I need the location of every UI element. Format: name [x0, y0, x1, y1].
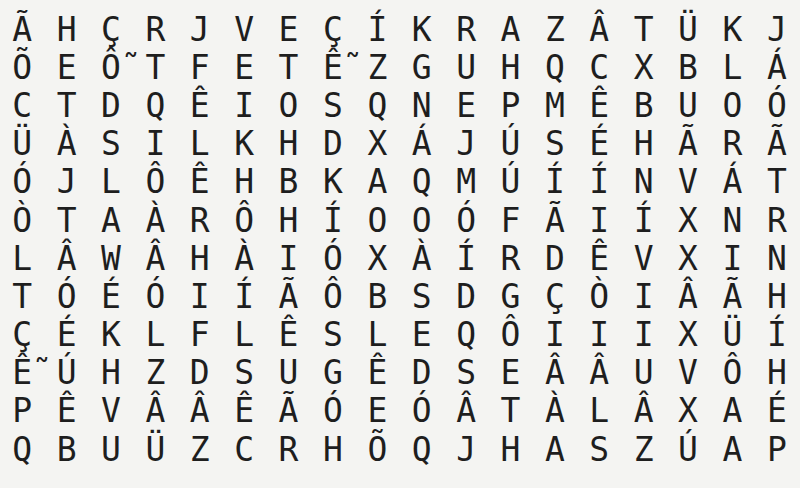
letter-cell[interactable]: Ó — [311, 239, 355, 277]
letter-cell[interactable]: J — [44, 163, 88, 201]
letter-cell[interactable]: H — [44, 10, 88, 48]
letter-cell[interactable]: S — [311, 86, 355, 124]
letter-cell[interactable]: Â — [178, 392, 222, 430]
letter-cell[interactable]: Â — [133, 392, 177, 430]
letter-cell[interactable]: I — [533, 316, 577, 354]
letter-cell[interactable]: A — [533, 430, 577, 468]
letter-cell[interactable]: Ã — [755, 125, 799, 163]
letter-cell[interactable]: Á — [400, 125, 444, 163]
letter-cell[interactable]: S — [444, 354, 488, 392]
letter-cell[interactable]: U — [89, 430, 133, 468]
letter-cell[interactable]: Í — [355, 10, 399, 48]
letter-cell[interactable]: Ò — [0, 201, 44, 239]
letter-cell[interactable]: H — [178, 239, 222, 277]
letter-cell[interactable]: R — [444, 10, 488, 48]
letter-cell[interactable]: À — [400, 239, 444, 277]
letter-cell[interactable]: Ê — [355, 354, 399, 392]
letter-cell[interactable]: Ó — [44, 277, 88, 315]
letter-cell[interactable]: Q — [400, 430, 444, 468]
letter-cell[interactable]: U — [266, 354, 310, 392]
letter-cell[interactable]: Ã — [710, 277, 754, 315]
letter-cell[interactable]: D — [400, 354, 444, 392]
letter-cell[interactable]: M — [533, 86, 577, 124]
letter-cell[interactable]: Ã — [0, 10, 44, 48]
letter-cell[interactable]: E — [355, 392, 399, 430]
letter-cell[interactable]: X — [355, 125, 399, 163]
letter-cell[interactable]: K — [311, 163, 355, 201]
letter-cell[interactable]: R — [266, 430, 310, 468]
letter-cell[interactable]: B — [355, 277, 399, 315]
letter-cell[interactable]: Z — [178, 430, 222, 468]
letter-cell[interactable]: L — [577, 392, 621, 430]
letter-cell[interactable]: M — [444, 163, 488, 201]
letter-cell[interactable]: Ê — [44, 392, 88, 430]
letter-cell[interactable]: Í — [222, 277, 266, 315]
letter-cell[interactable]: I — [222, 86, 266, 124]
letter-cell[interactable]: U — [444, 48, 488, 86]
letter-cell[interactable]: E — [444, 86, 488, 124]
letter-cell[interactable]: B — [266, 163, 310, 201]
letter-cell[interactable]: Ó — [400, 392, 444, 430]
letter-cell[interactable]: H — [755, 354, 799, 392]
letter-cell[interactable]: C — [0, 86, 44, 124]
letter-cell[interactable]: Ô — [710, 354, 754, 392]
letter-cell[interactable]: Â — [133, 239, 177, 277]
letter-cell[interactable]: K — [222, 125, 266, 163]
letter-cell[interactable]: N — [710, 201, 754, 239]
letter-cell[interactable]: I — [577, 316, 621, 354]
letter-cell[interactable]: P — [755, 430, 799, 468]
letter-cell[interactable]: Ó — [311, 392, 355, 430]
letter-cell[interactable]: T — [0, 277, 44, 315]
letter-cell[interactable]: K — [400, 10, 444, 48]
letter-cell[interactable]: Ô — [488, 316, 532, 354]
letter-cell[interactable]: T — [621, 10, 665, 48]
letter-cell[interactable]: Í — [533, 163, 577, 201]
letter-cell[interactable]: R — [710, 125, 754, 163]
letter-cell[interactable]: H — [266, 201, 310, 239]
letter-cell[interactable]: G — [400, 48, 444, 86]
letter-cell[interactable]: H — [755, 277, 799, 315]
letter-cell[interactable]: D — [178, 354, 222, 392]
letter-cell[interactable]: J — [178, 10, 222, 48]
letter-cell[interactable]: Ú — [488, 125, 532, 163]
letter-cell[interactable]: A — [355, 163, 399, 201]
letter-cell[interactable]: Ô — [133, 163, 177, 201]
letter-cell[interactable]: Ễ — [311, 48, 355, 86]
letter-cell[interactable]: Ê — [178, 163, 222, 201]
letter-cell[interactable]: Í — [755, 316, 799, 354]
letter-cell[interactable]: I — [710, 239, 754, 277]
letter-cell[interactable]: N — [621, 163, 665, 201]
letter-cell[interactable]: É — [44, 316, 88, 354]
letter-cell[interactable]: É — [577, 125, 621, 163]
letter-cell[interactable]: T — [133, 48, 177, 86]
letter-cell[interactable]: B — [621, 86, 665, 124]
letter-cell[interactable]: J — [755, 10, 799, 48]
letter-cell[interactable]: I — [178, 277, 222, 315]
letter-cell[interactable]: Ü — [710, 316, 754, 354]
letter-cell[interactable]: I — [266, 239, 310, 277]
letter-cell[interactable]: P — [488, 86, 532, 124]
letter-cell[interactable]: S — [222, 354, 266, 392]
letter-cell[interactable]: Í — [311, 201, 355, 239]
letter-cell[interactable]: Ú — [44, 354, 88, 392]
letter-cell[interactable]: A — [488, 10, 532, 48]
letter-cell[interactable]: L — [178, 125, 222, 163]
letter-cell[interactable]: Q — [444, 316, 488, 354]
letter-cell[interactable]: Ç — [0, 316, 44, 354]
letter-cell[interactable]: T — [44, 86, 88, 124]
letter-cell[interactable]: V — [666, 163, 710, 201]
letter-cell[interactable]: R — [755, 201, 799, 239]
letter-cell[interactable]: É — [89, 277, 133, 315]
letter-cell[interactable]: W — [89, 239, 133, 277]
letter-cell[interactable]: A — [710, 392, 754, 430]
letter-cell[interactable]: L — [133, 316, 177, 354]
letter-cell[interactable]: V — [666, 354, 710, 392]
letter-cell[interactable]: L — [710, 48, 754, 86]
letter-cell[interactable]: Â — [444, 392, 488, 430]
letter-cell[interactable]: O — [710, 86, 754, 124]
letter-cell[interactable]: L — [222, 316, 266, 354]
letter-cell[interactable]: E — [488, 354, 532, 392]
letter-cell[interactable]: E — [44, 48, 88, 86]
letter-cell[interactable]: X — [666, 239, 710, 277]
letter-cell[interactable]: Z — [355, 48, 399, 86]
letter-cell[interactable]: Ó — [133, 277, 177, 315]
letter-cell[interactable]: H — [222, 163, 266, 201]
letter-cell[interactable]: X — [355, 239, 399, 277]
letter-cell[interactable]: F — [178, 316, 222, 354]
letter-cell[interactable]: L — [355, 316, 399, 354]
letter-cell[interactable]: G — [488, 277, 532, 315]
letter-cell[interactable]: J — [444, 125, 488, 163]
letter-cell[interactable]: D — [444, 277, 488, 315]
letter-cell[interactable]: O — [355, 201, 399, 239]
letter-cell[interactable]: Ê — [178, 86, 222, 124]
word-search-grid: ÃHÇRJVEÇÍKRAZÂTÜKJÕEỖTFETỄZGUHQCXBLÁCTDQ… — [0, 10, 800, 468]
letter-cell[interactable]: Ú — [488, 163, 532, 201]
letter-cell[interactable]: Õ — [355, 430, 399, 468]
letter-cell[interactable]: G — [311, 354, 355, 392]
letter-cell[interactable]: À — [533, 392, 577, 430]
letter-cell[interactable]: H — [266, 125, 310, 163]
letter-cell[interactable]: V — [621, 239, 665, 277]
letter-cell[interactable]: Z — [621, 430, 665, 468]
letter-cell[interactable]: B — [666, 48, 710, 86]
letter-cell[interactable]: S — [533, 125, 577, 163]
letter-cell[interactable]: Ỗ — [89, 48, 133, 86]
letter-cell[interactable]: K — [710, 10, 754, 48]
letter-cell[interactable]: T — [488, 392, 532, 430]
letter-cell[interactable]: Õ — [0, 48, 44, 86]
letter-cell[interactable]: T — [44, 201, 88, 239]
letter-cell[interactable]: Z — [133, 354, 177, 392]
letter-cell[interactable]: F — [178, 48, 222, 86]
letter-cell[interactable]: Í — [444, 239, 488, 277]
letter-cell[interactable]: Z — [533, 10, 577, 48]
letter-cell[interactable]: L — [0, 239, 44, 277]
letter-cell[interactable]: T — [755, 163, 799, 201]
letter-cell[interactable]: Ü — [666, 10, 710, 48]
letter-cell[interactable]: Ç — [533, 277, 577, 315]
letter-cell[interactable]: X — [666, 201, 710, 239]
letter-cell[interactable]: Q — [355, 86, 399, 124]
letter-cell[interactable]: S — [311, 316, 355, 354]
letter-cell[interactable]: O — [266, 86, 310, 124]
letter-cell[interactable]: A — [710, 430, 754, 468]
letter-cell[interactable]: Â — [666, 277, 710, 315]
letter-cell[interactable]: Ó — [444, 201, 488, 239]
letter-cell[interactable]: E — [222, 48, 266, 86]
letter-cell[interactable]: E — [266, 10, 310, 48]
letter-cell[interactable]: U — [621, 354, 665, 392]
letter-cell[interactable]: Ã — [266, 392, 310, 430]
letter-cell[interactable]: N — [755, 239, 799, 277]
letter-cell[interactable]: Â — [577, 10, 621, 48]
letter-cell[interactable]: O — [400, 201, 444, 239]
letter-cell[interactable]: À — [133, 201, 177, 239]
letter-cell[interactable]: Í — [577, 163, 621, 201]
letter-cell[interactable]: Ü — [133, 430, 177, 468]
letter-cell[interactable]: Ú — [666, 430, 710, 468]
letter-cell[interactable]: Â — [533, 354, 577, 392]
letter-cell[interactable]: H — [488, 48, 532, 86]
letter-cell[interactable]: N — [400, 86, 444, 124]
letter-cell[interactable]: Â — [577, 354, 621, 392]
letter-cell[interactable]: É — [755, 392, 799, 430]
letter-cell[interactable]: À — [222, 239, 266, 277]
letter-cell[interactable]: T — [266, 48, 310, 86]
letter-cell[interactable]: D — [533, 239, 577, 277]
letter-cell[interactable]: S — [400, 277, 444, 315]
letter-cell[interactable]: S — [577, 430, 621, 468]
letter-cell[interactable]: I — [621, 277, 665, 315]
word-search-page: ÃHÇRJVEÇÍKRAZÂTÜKJÕEỖTFETỄZGUHQCXBLÁCTDQ… — [0, 0, 800, 488]
letter-cell[interactable]: Ã — [266, 277, 310, 315]
letter-cell[interactable]: H — [621, 125, 665, 163]
letter-cell[interactable]: Ã — [533, 201, 577, 239]
letter-cell[interactable]: P — [0, 392, 44, 430]
letter-cell[interactable]: Ê — [266, 316, 310, 354]
letter-cell[interactable]: Í — [621, 201, 665, 239]
letter-cell[interactable]: F — [488, 201, 532, 239]
letter-cell[interactable]: H — [89, 354, 133, 392]
letter-cell[interactable]: Q — [400, 163, 444, 201]
letter-cell[interactable]: I — [577, 201, 621, 239]
letter-cell[interactable]: H — [488, 430, 532, 468]
letter-cell[interactable]: Q — [0, 430, 44, 468]
letter-cell[interactable]: Ễ — [0, 354, 44, 392]
letter-cell[interactable]: Q — [133, 86, 177, 124]
letter-cell[interactable]: Ó — [0, 163, 44, 201]
letter-cell[interactable]: H — [311, 430, 355, 468]
letter-cell[interactable]: Ê — [222, 392, 266, 430]
letter-cell[interactable]: I — [621, 316, 665, 354]
letter-cell[interactable]: E — [400, 316, 444, 354]
letter-cell[interactable]: R — [178, 201, 222, 239]
letter-cell[interactable]: Ê — [577, 239, 621, 277]
letter-cell[interactable]: Ç — [89, 10, 133, 48]
letter-cell[interactable]: C — [222, 430, 266, 468]
letter-cell[interactable]: U — [666, 86, 710, 124]
letter-cell[interactable]: Ü — [0, 125, 44, 163]
letter-cell[interactable]: Á — [755, 48, 799, 86]
letter-cell[interactable]: Ô — [222, 201, 266, 239]
letter-cell[interactable]: L — [89, 163, 133, 201]
letter-cell[interactable]: A — [89, 201, 133, 239]
letter-cell[interactable]: R — [133, 10, 177, 48]
letter-cell[interactable]: R — [488, 239, 532, 277]
letter-cell[interactable]: D — [311, 125, 355, 163]
letter-cell[interactable]: Q — [533, 48, 577, 86]
letter-cell[interactable]: Â — [621, 392, 665, 430]
letter-cell[interactable]: V — [222, 10, 266, 48]
letter-cell[interactable]: Ç — [311, 10, 355, 48]
letter-cell[interactable]: Ò — [577, 277, 621, 315]
letter-cell[interactable]: Á — [710, 163, 754, 201]
letter-cell[interactable]: X — [666, 392, 710, 430]
letter-cell[interactable]: J — [444, 430, 488, 468]
letter-cell[interactable]: C — [577, 48, 621, 86]
letter-cell[interactable]: I — [133, 125, 177, 163]
letter-cell[interactable]: V — [89, 392, 133, 430]
letter-cell[interactable]: Ê — [577, 86, 621, 124]
letter-cell[interactable]: K — [89, 316, 133, 354]
letter-cell[interactable]: Ô — [311, 277, 355, 315]
letter-cell[interactable]: Ã — [666, 125, 710, 163]
letter-cell[interactable]: Â — [44, 239, 88, 277]
letter-cell[interactable]: D — [89, 86, 133, 124]
letter-cell[interactable]: Ó — [755, 86, 799, 124]
letter-cell[interactable]: À — [44, 125, 88, 163]
letter-cell[interactable]: B — [44, 430, 88, 468]
letter-cell[interactable]: S — [89, 125, 133, 163]
letter-cell[interactable]: X — [621, 48, 665, 86]
letter-cell[interactable]: X — [666, 316, 710, 354]
